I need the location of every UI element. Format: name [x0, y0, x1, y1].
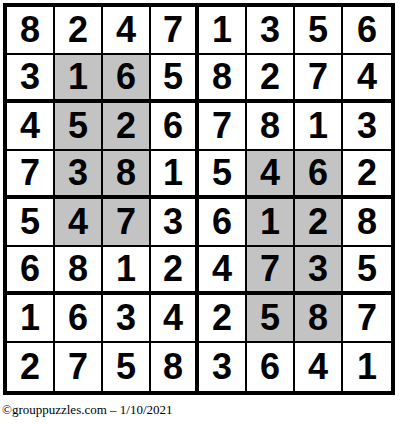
cell-r8c4: 8: [151, 343, 199, 391]
cell-r4c3: 8: [103, 151, 151, 199]
cell-r8c2: 7: [55, 343, 103, 391]
cell-r7c3: 3: [103, 295, 151, 343]
cell-r5c1: 5: [7, 199, 55, 247]
cell-r7c2: 6: [55, 295, 103, 343]
cell-r3c5: 7: [199, 103, 247, 151]
cell-r4c5: 5: [199, 151, 247, 199]
cell-r6c1: 6: [7, 247, 55, 295]
cell-r6c2: 8: [55, 247, 103, 295]
cell-r2c6: 2: [247, 55, 295, 103]
cell-r7c6: 5: [247, 295, 295, 343]
page: 8247135631658274452678137381546254736128…: [0, 0, 402, 424]
cell-r1c6: 3: [247, 7, 295, 55]
footer-credit: ©grouppuzzles.com – 1/10/2021: [2, 402, 173, 418]
cell-r3c1: 4: [7, 103, 55, 151]
cell-r8c1: 2: [7, 343, 55, 391]
footer-credit-text: grouppuzzles.com – 1/10/2021: [12, 402, 173, 417]
cell-r6c5: 4: [199, 247, 247, 295]
cell-r1c3: 4: [103, 7, 151, 55]
cell-r3c2: 5: [55, 103, 103, 151]
cell-r5c2: 4: [55, 199, 103, 247]
cell-r1c7: 5: [295, 7, 343, 55]
cell-r6c4: 2: [151, 247, 199, 295]
cell-r1c5: 1: [199, 7, 247, 55]
cell-r7c1: 1: [7, 295, 55, 343]
cell-r8c6: 6: [247, 343, 295, 391]
cell-r4c6: 4: [247, 151, 295, 199]
cell-r6c8: 5: [343, 247, 391, 295]
cell-r6c6: 7: [247, 247, 295, 295]
cell-r1c1: 8: [7, 7, 55, 55]
cell-r7c7: 8: [295, 295, 343, 343]
cell-r5c3: 7: [103, 199, 151, 247]
cell-r7c5: 2: [199, 295, 247, 343]
cell-r2c2: 1: [55, 55, 103, 103]
cell-r2c1: 3: [7, 55, 55, 103]
cell-r2c4: 5: [151, 55, 199, 103]
cell-r7c4: 4: [151, 295, 199, 343]
cell-r3c7: 1: [295, 103, 343, 151]
cell-r3c3: 2: [103, 103, 151, 151]
cell-r5c6: 1: [247, 199, 295, 247]
cell-r8c8: 1: [343, 343, 391, 391]
cell-r4c8: 2: [343, 151, 391, 199]
cell-r4c7: 6: [295, 151, 343, 199]
cell-r4c4: 1: [151, 151, 199, 199]
cell-r1c4: 7: [151, 7, 199, 55]
cell-r7c8: 7: [343, 295, 391, 343]
cell-r4c1: 7: [7, 151, 55, 199]
cell-r6c3: 1: [103, 247, 151, 295]
copyright-icon: ©: [2, 402, 12, 417]
cell-r8c7: 4: [295, 343, 343, 391]
cell-r5c5: 6: [199, 199, 247, 247]
cell-r2c7: 7: [295, 55, 343, 103]
cell-r2c8: 4: [343, 55, 391, 103]
cell-r8c5: 3: [199, 343, 247, 391]
cell-r5c7: 2: [295, 199, 343, 247]
cell-r5c8: 8: [343, 199, 391, 247]
sudoku-board: 8247135631658274452678137381546254736128…: [3, 3, 395, 395]
cell-r2c3: 6: [103, 55, 151, 103]
cell-r2c5: 8: [199, 55, 247, 103]
cell-r5c4: 3: [151, 199, 199, 247]
cell-r4c2: 3: [55, 151, 103, 199]
cell-r3c8: 3: [343, 103, 391, 151]
cell-r3c6: 8: [247, 103, 295, 151]
cell-r1c2: 2: [55, 7, 103, 55]
cell-r3c4: 6: [151, 103, 199, 151]
cell-r6c7: 3: [295, 247, 343, 295]
cell-r1c8: 6: [343, 7, 391, 55]
cell-r8c3: 5: [103, 343, 151, 391]
